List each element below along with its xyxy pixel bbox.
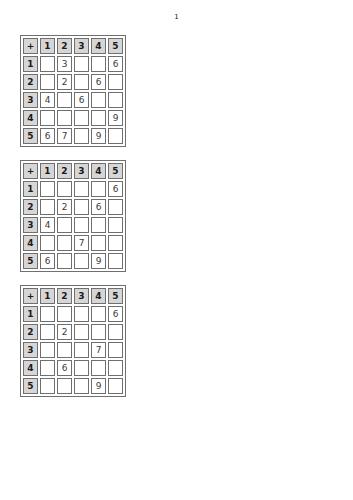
operator-plus-cell: +: [23, 163, 38, 179]
grid-cell-r2-c4: [91, 324, 106, 340]
grid-cell-r3-c5: [108, 217, 123, 233]
col-header-4: 4: [91, 38, 106, 54]
row-header-1: 1: [23, 306, 38, 322]
operator-plus-cell: +: [23, 288, 38, 304]
col-header-3: 3: [74, 288, 89, 304]
row-header-5: 5: [23, 378, 38, 394]
grid-cell-r4-c5: [108, 235, 123, 251]
grid-cell-r1-c5: 6: [108, 181, 123, 197]
grid-cell-r1-c2: 3: [57, 56, 72, 72]
grid-cell-r3-c2: [57, 92, 72, 108]
grid-cell-r1-c1: [40, 56, 55, 72]
grid-cell-r4-c5: [108, 360, 123, 376]
col-header-5: 5: [108, 38, 123, 54]
row-header-5: 5: [23, 128, 38, 144]
grid-cell-r2-c2: 2: [57, 199, 72, 215]
row-header-2: 2: [23, 199, 38, 215]
grid-cell-r4-c4: [91, 235, 106, 251]
row-header-2: 2: [23, 74, 38, 90]
row-header-3: 3: [23, 217, 38, 233]
grid-cell-r5-c1: [40, 378, 55, 394]
grid-cell-r1-c3: [74, 56, 89, 72]
grid-cell-r4-c2: [57, 235, 72, 251]
col-header-1: 1: [40, 163, 55, 179]
grid-cell-r2-c1: [40, 199, 55, 215]
grid-cell-r4-c2: 6: [57, 360, 72, 376]
grid-cell-r2-c1: [40, 324, 55, 340]
grid-cell-r5-c2: [57, 378, 72, 394]
page-number: 1: [0, 13, 353, 22]
col-header-1: 1: [40, 288, 55, 304]
grid-cell-r4-c1: [40, 110, 55, 126]
grid-cell-r3-c2: [57, 217, 72, 233]
grid-cell-r1-c1: [40, 181, 55, 197]
addition-table-2: +12345162263447569: [20, 160, 126, 272]
grid-cell-r3-c1: 4: [40, 92, 55, 108]
col-header-2: 2: [57, 38, 72, 54]
grid-cell-r3-c5: [108, 92, 123, 108]
grid-cell-r5-c3: [74, 378, 89, 394]
row-header-4: 4: [23, 110, 38, 126]
grid-cell-r1-c4: [91, 181, 106, 197]
grid-cell-r4-c2: [57, 110, 72, 126]
grid-cell-r5-c1: 6: [40, 253, 55, 269]
row-header-1: 1: [23, 181, 38, 197]
grid-cell-r2-c2: 2: [57, 324, 72, 340]
col-header-3: 3: [74, 163, 89, 179]
grid-cell-r4-c4: [91, 360, 106, 376]
col-header-2: 2: [57, 288, 72, 304]
row-header-2: 2: [23, 324, 38, 340]
grid-cell-r1-c3: [74, 306, 89, 322]
worksheet-tables: +12345136226346495679 +12345162263447569…: [20, 35, 126, 397]
grid-cell-r5-c4: 9: [91, 378, 106, 394]
grid-cell-r2-c5: [108, 324, 123, 340]
grid-cell-r2-c2: 2: [57, 74, 72, 90]
grid-cell-r1-c3: [74, 181, 89, 197]
grid-cell-r5-c3: [74, 253, 89, 269]
grid-cell-r5-c4: 9: [91, 128, 106, 144]
col-header-2: 2: [57, 163, 72, 179]
col-header-5: 5: [108, 288, 123, 304]
grid-cell-r4-c3: [74, 110, 89, 126]
grid-cell-r3-c5: [108, 342, 123, 358]
grid-cell-r1-c2: [57, 306, 72, 322]
grid-cell-r4-c3: 7: [74, 235, 89, 251]
row-header-3: 3: [23, 92, 38, 108]
grid-cell-r3-c3: [74, 217, 89, 233]
grid-cell-r2-c1: [40, 74, 55, 90]
grid-cell-r5-c3: [74, 128, 89, 144]
operator-plus-cell: +: [23, 38, 38, 54]
grid-cell-r4-c3: [74, 360, 89, 376]
grid-cell-r5-c5: [108, 128, 123, 144]
addition-table-1: +12345136226346495679: [20, 35, 126, 147]
grid-cell-r1-c2: [57, 181, 72, 197]
row-header-3: 3: [23, 342, 38, 358]
grid-cell-r5-c2: 7: [57, 128, 72, 144]
grid-cell-r5-c5: [108, 253, 123, 269]
grid-cell-r3-c1: 4: [40, 217, 55, 233]
row-header-4: 4: [23, 360, 38, 376]
grid-cell-r3-c3: [74, 342, 89, 358]
addition-table-3: +123451622374659: [20, 285, 126, 397]
grid-cell-r3-c3: 6: [74, 92, 89, 108]
grid-cell-r5-c2: [57, 253, 72, 269]
grid-cell-r4-c1: [40, 360, 55, 376]
col-header-1: 1: [40, 38, 55, 54]
col-header-4: 4: [91, 288, 106, 304]
grid-cell-r3-c2: [57, 342, 72, 358]
col-header-4: 4: [91, 163, 106, 179]
row-header-4: 4: [23, 235, 38, 251]
grid-cell-r3-c4: 7: [91, 342, 106, 358]
grid-cell-r3-c1: [40, 342, 55, 358]
row-header-5: 5: [23, 253, 38, 269]
grid-cell-r2-c4: 6: [91, 74, 106, 90]
col-header-3: 3: [74, 38, 89, 54]
grid-cell-r1-c5: 6: [108, 306, 123, 322]
grid-cell-r5-c5: [108, 378, 123, 394]
grid-cell-r1-c5: 6: [108, 56, 123, 72]
grid-cell-r5-c1: 6: [40, 128, 55, 144]
grid-cell-r2-c5: [108, 74, 123, 90]
grid-cell-r4-c5: 9: [108, 110, 123, 126]
grid-cell-r4-c4: [91, 110, 106, 126]
grid-cell-r2-c3: [74, 199, 89, 215]
grid-cell-r3-c4: [91, 92, 106, 108]
grid-cell-r1-c4: [91, 56, 106, 72]
grid-cell-r2-c4: 6: [91, 199, 106, 215]
grid-cell-r1-c4: [91, 306, 106, 322]
grid-cell-r1-c1: [40, 306, 55, 322]
grid-cell-r2-c5: [108, 199, 123, 215]
grid-cell-r5-c4: 9: [91, 253, 106, 269]
grid-cell-r2-c3: [74, 324, 89, 340]
grid-cell-r3-c4: [91, 217, 106, 233]
col-header-5: 5: [108, 163, 123, 179]
grid-cell-r4-c1: [40, 235, 55, 251]
grid-cell-r2-c3: [74, 74, 89, 90]
row-header-1: 1: [23, 56, 38, 72]
